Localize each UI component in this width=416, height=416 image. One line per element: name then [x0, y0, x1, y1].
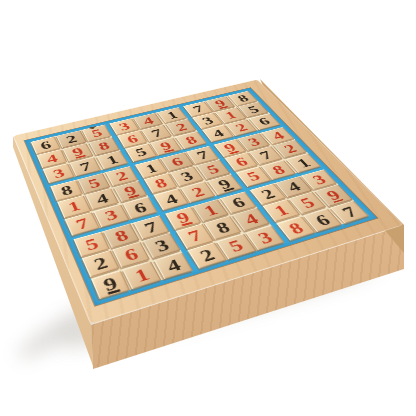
digit: 5: [86, 176, 103, 190]
digit: 1: [66, 199, 83, 214]
digit: 7: [190, 104, 206, 115]
digit: 2: [197, 246, 218, 264]
digit: 1: [143, 162, 160, 176]
digit: 5: [133, 146, 149, 159]
digit: 3: [254, 229, 275, 246]
digit: 3: [245, 136, 263, 148]
digit: 1: [132, 265, 152, 284]
digit: 7: [78, 160, 94, 173]
digit: 6: [125, 133, 140, 145]
digit: 5: [297, 195, 318, 210]
digit: 6: [122, 246, 141, 264]
digit: 1: [293, 156, 313, 169]
digit: 1: [164, 110, 180, 121]
digit: 8: [235, 93, 251, 103]
digit: 8: [182, 134, 199, 146]
digit: 3: [152, 237, 172, 255]
digit: 5: [89, 127, 104, 139]
digit: 4: [162, 192, 180, 207]
digit: 4: [210, 127, 227, 139]
digit: 1: [104, 153, 120, 166]
digit: 7: [142, 219, 161, 236]
digit: 2: [113, 169, 129, 183]
digit: 4: [163, 256, 183, 275]
digit: 4: [141, 115, 156, 126]
digit: 3: [178, 169, 196, 183]
digit: 6: [169, 155, 186, 168]
digit: 6: [233, 155, 251, 168]
digit: 5: [244, 170, 263, 184]
digit: 7: [257, 149, 276, 162]
digit: 3: [117, 121, 132, 133]
digit: 1: [201, 202, 221, 218]
digit: 2: [233, 122, 250, 134]
digit: 3: [103, 208, 121, 224]
digit: 8: [269, 163, 288, 177]
digit: 7: [194, 149, 211, 162]
digit: 4: [241, 211, 262, 227]
digit: 6: [38, 139, 53, 151]
digit: 1: [271, 203, 291, 219]
digit: 5: [226, 237, 247, 255]
digit: 2: [91, 254, 110, 273]
digit: 2: [281, 143, 299, 156]
digit: 8: [59, 183, 75, 198]
digit: 7: [149, 127, 165, 139]
digit: 8: [213, 219, 233, 236]
digit: 3: [200, 115, 217, 126]
digit: 7: [338, 204, 360, 220]
digit: 7: [73, 215, 91, 231]
digit: 2: [64, 133, 79, 145]
digit: 6: [256, 116, 273, 127]
digit: 6: [229, 195, 248, 210]
digit: 2: [189, 184, 207, 199]
digit: 6: [131, 200, 149, 216]
digit: 8: [96, 140, 111, 152]
digit: 5: [245, 104, 261, 115]
digit: 6: [312, 212, 334, 228]
digit: 4: [284, 179, 304, 194]
digit: 8: [285, 220, 307, 237]
digit: 4: [269, 130, 287, 142]
digit: 8: [152, 176, 169, 190]
digit: 3: [309, 173, 329, 187]
digit: 8: [112, 227, 131, 244]
digit: 5: [83, 235, 101, 253]
digit: 2: [173, 122, 189, 134]
digit: 1: [223, 110, 240, 121]
digit: 2: [258, 187, 278, 202]
digit: 4: [94, 191, 111, 206]
digit: 3: [51, 166, 67, 180]
digit: 5: [204, 163, 222, 177]
digit: 4: [45, 152, 60, 165]
digit: 7: [185, 227, 205, 244]
